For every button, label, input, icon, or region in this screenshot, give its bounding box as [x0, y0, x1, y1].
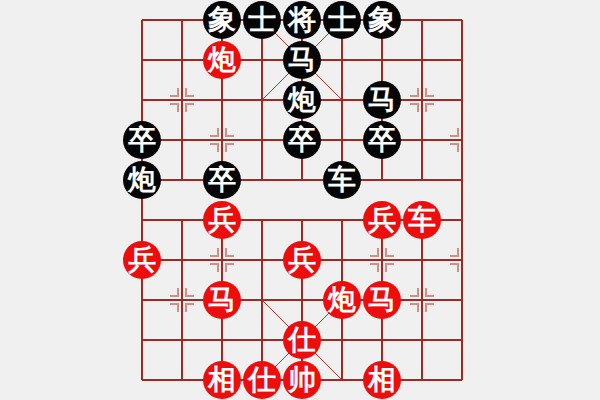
- piece-red-pawn[interactable]: 兵: [283, 241, 321, 279]
- point-marker: [410, 304, 418, 312]
- point-marker: [370, 248, 378, 256]
- piece-red-horse[interactable]: 马: [363, 281, 401, 319]
- piece-black-advisor[interactable]: 士: [323, 1, 361, 39]
- piece-red-cannon[interactable]: 炮: [323, 281, 361, 319]
- piece-black-pawn[interactable]: 卒: [203, 161, 241, 199]
- piece-black-chariot[interactable]: 车: [323, 161, 361, 199]
- point-marker: [226, 248, 234, 256]
- piece-red-horse[interactable]: 马: [203, 281, 241, 319]
- piece-black-pawn[interactable]: 卒: [283, 121, 321, 159]
- piece-black-pawn[interactable]: 卒: [123, 121, 161, 159]
- point-marker: [386, 264, 394, 272]
- piece-black-advisor[interactable]: 士: [243, 1, 281, 39]
- piece-red-pawn[interactable]: 兵: [203, 201, 241, 239]
- piece-red-pawn[interactable]: 兵: [123, 241, 161, 279]
- piece-red-general[interactable]: 帅: [283, 361, 321, 399]
- point-marker: [386, 248, 394, 256]
- piece-red-cannon[interactable]: 炮: [203, 41, 241, 79]
- board-stage: 象士将士象炮马炮马卒卒卒炮卒车兵兵车兵兵马炮马仕相仕帅相: [0, 0, 600, 400]
- point-marker: [410, 104, 418, 112]
- piece-red-elephant[interactable]: 相: [363, 361, 401, 399]
- point-marker: [426, 304, 434, 312]
- point-marker: [170, 88, 178, 96]
- point-marker: [426, 88, 434, 96]
- piece-red-elephant[interactable]: 相: [203, 361, 241, 399]
- point-marker: [186, 88, 194, 96]
- piece-black-horse[interactable]: 马: [283, 41, 321, 79]
- point-marker: [450, 128, 458, 136]
- point-marker: [226, 264, 234, 272]
- piece-black-cannon[interactable]: 炮: [283, 81, 321, 119]
- point-marker: [450, 248, 458, 256]
- piece-black-horse[interactable]: 马: [363, 81, 401, 119]
- point-marker: [426, 104, 434, 112]
- piece-black-elephant[interactable]: 象: [203, 1, 241, 39]
- point-marker: [210, 248, 218, 256]
- piece-black-elephant[interactable]: 象: [363, 1, 401, 39]
- piece-red-pawn[interactable]: 兵: [363, 201, 401, 239]
- point-marker: [210, 264, 218, 272]
- piece-black-cannon[interactable]: 炮: [123, 161, 161, 199]
- point-marker: [450, 144, 458, 152]
- point-marker: [210, 144, 218, 152]
- piece-red-advisor[interactable]: 仕: [283, 321, 321, 359]
- point-marker: [210, 128, 218, 136]
- point-marker: [186, 304, 194, 312]
- point-marker: [410, 288, 418, 296]
- point-marker: [170, 304, 178, 312]
- piece-black-general[interactable]: 将: [283, 1, 321, 39]
- point-marker: [450, 264, 458, 272]
- point-marker: [170, 288, 178, 296]
- point-marker: [426, 288, 434, 296]
- point-marker: [410, 88, 418, 96]
- piece-black-pawn[interactable]: 卒: [363, 121, 401, 159]
- piece-red-chariot[interactable]: 车: [403, 201, 441, 239]
- point-marker: [226, 128, 234, 136]
- point-marker: [186, 104, 194, 112]
- piece-red-advisor[interactable]: 仕: [243, 361, 281, 399]
- point-marker: [226, 144, 234, 152]
- point-marker: [186, 288, 194, 296]
- point-marker: [370, 264, 378, 272]
- point-marker: [170, 104, 178, 112]
